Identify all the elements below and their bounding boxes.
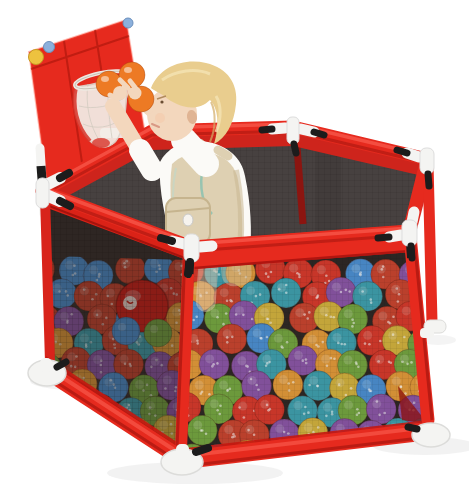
- cheek: [155, 113, 165, 123]
- left-edge-hem: [45, 196, 50, 362]
- blue-corner-cap: [44, 42, 55, 53]
- far-sleeve: [140, 150, 152, 170]
- near-sleeve: [184, 140, 206, 164]
- pocket-logo: [183, 214, 193, 226]
- product-photo: Toddler tossing orange balls into the ba…: [0, 0, 469, 500]
- eye: [160, 100, 163, 103]
- blue-corner-cap-right: [123, 18, 133, 28]
- playpen-scene: Toddler tossing orange balls into the ba…: [0, 0, 469, 500]
- yellow-corner-cap: [29, 50, 44, 65]
